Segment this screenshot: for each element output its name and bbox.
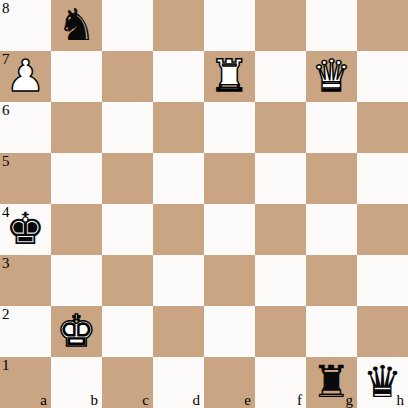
- square-b3[interactable]: [51, 255, 102, 306]
- square-b4[interactable]: [51, 204, 102, 255]
- rank-label-5: 5: [2, 153, 10, 169]
- square-g3[interactable]: [306, 255, 357, 306]
- square-c2[interactable]: [102, 306, 153, 357]
- square-d8[interactable]: [153, 0, 204, 51]
- square-d7[interactable]: [153, 51, 204, 102]
- square-g8[interactable]: [306, 0, 357, 51]
- square-e2[interactable]: [204, 306, 255, 357]
- square-g5[interactable]: [306, 153, 357, 204]
- file-label-e: e: [244, 392, 251, 408]
- square-c6[interactable]: [102, 102, 153, 153]
- square-f3[interactable]: [255, 255, 306, 306]
- black-rook-g1[interactable]: ♜: [312, 360, 351, 404]
- square-d6[interactable]: [153, 102, 204, 153]
- square-c5[interactable]: [102, 153, 153, 204]
- square-h8[interactable]: [357, 0, 408, 51]
- square-g2[interactable]: [306, 306, 357, 357]
- square-d4[interactable]: [153, 204, 204, 255]
- square-g6[interactable]: [306, 102, 357, 153]
- square-c7[interactable]: [102, 51, 153, 102]
- square-a7[interactable]: 7♟: [0, 51, 51, 102]
- black-knight-b8[interactable]: ♞: [57, 3, 96, 47]
- square-b1[interactable]: b: [51, 357, 102, 408]
- square-a3[interactable]: 3: [0, 255, 51, 306]
- square-f4[interactable]: [255, 204, 306, 255]
- file-label-f: f: [297, 392, 302, 408]
- square-a1[interactable]: 1a: [0, 357, 51, 408]
- square-c1[interactable]: c: [102, 357, 153, 408]
- square-a6[interactable]: 6: [0, 102, 51, 153]
- rank-label-1: 1: [2, 357, 10, 373]
- square-e3[interactable]: [204, 255, 255, 306]
- square-d5[interactable]: [153, 153, 204, 204]
- square-c8[interactable]: [102, 0, 153, 51]
- square-e8[interactable]: [204, 0, 255, 51]
- black-queen-h1[interactable]: ♛: [363, 360, 402, 404]
- square-a5[interactable]: 5: [0, 153, 51, 204]
- square-e4[interactable]: [204, 204, 255, 255]
- square-f5[interactable]: [255, 153, 306, 204]
- square-f6[interactable]: [255, 102, 306, 153]
- rank-label-2: 2: [2, 306, 10, 322]
- square-c4[interactable]: [102, 204, 153, 255]
- square-e6[interactable]: [204, 102, 255, 153]
- square-b6[interactable]: [51, 102, 102, 153]
- square-b2[interactable]: ♚: [51, 306, 102, 357]
- square-a8[interactable]: 8: [0, 0, 51, 51]
- chess-board: 8♞7♟♜♛654♚32♚1abcdefg♜h♛: [0, 0, 408, 408]
- file-label-c: c: [142, 392, 149, 408]
- square-f1[interactable]: f: [255, 357, 306, 408]
- square-h7[interactable]: [357, 51, 408, 102]
- square-c3[interactable]: [102, 255, 153, 306]
- square-e1[interactable]: e: [204, 357, 255, 408]
- square-g1[interactable]: g♜: [306, 357, 357, 408]
- square-f7[interactable]: [255, 51, 306, 102]
- square-d1[interactable]: d: [153, 357, 204, 408]
- square-f8[interactable]: [255, 0, 306, 51]
- square-h2[interactable]: [357, 306, 408, 357]
- square-a2[interactable]: 2: [0, 306, 51, 357]
- square-d3[interactable]: [153, 255, 204, 306]
- file-label-d: d: [193, 392, 201, 408]
- square-e7[interactable]: ♜: [204, 51, 255, 102]
- white-rook-e7[interactable]: ♜: [210, 54, 249, 98]
- file-label-a: a: [40, 392, 47, 408]
- white-queen-g7[interactable]: ♛: [312, 54, 351, 98]
- square-b7[interactable]: [51, 51, 102, 102]
- square-d2[interactable]: [153, 306, 204, 357]
- rank-label-8: 8: [2, 0, 10, 16]
- square-h1[interactable]: h♛: [357, 357, 408, 408]
- square-a4[interactable]: 4♚: [0, 204, 51, 255]
- rank-label-3: 3: [2, 255, 10, 271]
- square-h3[interactable]: [357, 255, 408, 306]
- square-b5[interactable]: [51, 153, 102, 204]
- white-pawn-a7[interactable]: ♟: [6, 54, 45, 98]
- square-f2[interactable]: [255, 306, 306, 357]
- rank-label-6: 6: [2, 102, 10, 118]
- chess-board-wrapper: 8♞7♟♜♛654♚32♚1abcdefg♜h♛: [0, 0, 408, 408]
- square-h4[interactable]: [357, 204, 408, 255]
- square-h5[interactable]: [357, 153, 408, 204]
- square-g7[interactable]: ♛: [306, 51, 357, 102]
- file-label-b: b: [91, 392, 99, 408]
- square-b8[interactable]: ♞: [51, 0, 102, 51]
- white-king-b2[interactable]: ♚: [57, 309, 96, 353]
- square-g4[interactable]: [306, 204, 357, 255]
- square-e5[interactable]: [204, 153, 255, 204]
- square-h6[interactable]: [357, 102, 408, 153]
- black-king-a4[interactable]: ♚: [6, 207, 45, 251]
